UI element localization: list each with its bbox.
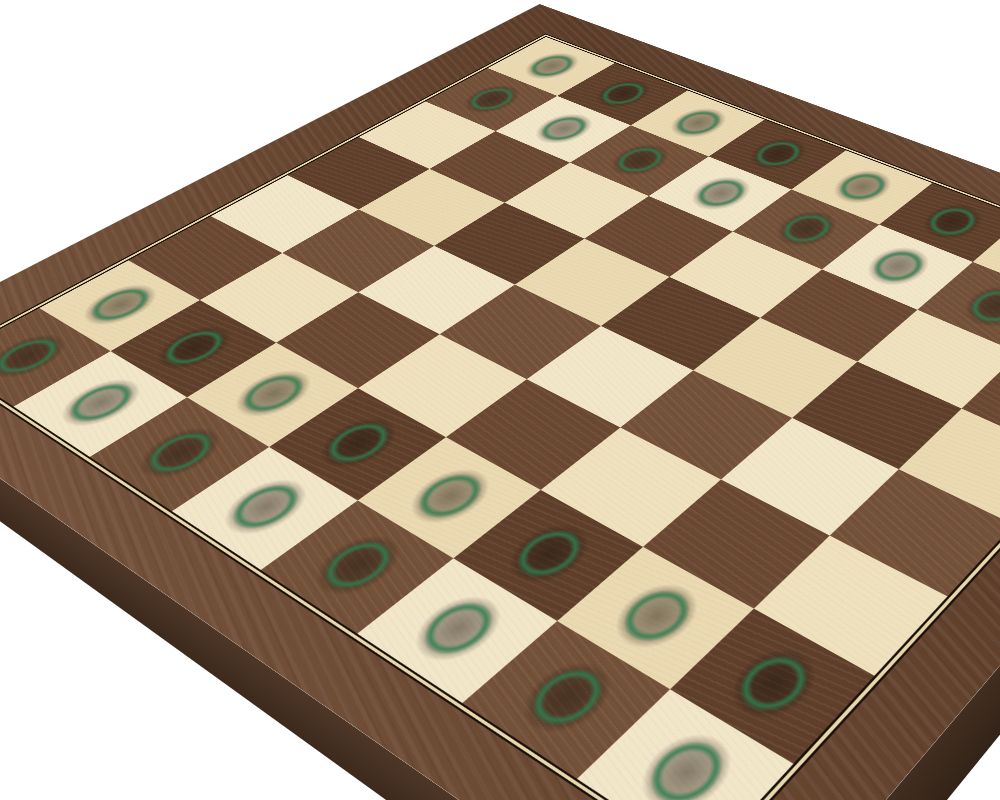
square-f5[interactable] <box>693 318 857 418</box>
square-h6[interactable] <box>962 353 1000 459</box>
square-h5[interactable] <box>899 409 1000 525</box>
chess-board: ♜♞♝♛♚♝♞♜♟♟♟♟♟♟♟♟♟♟♟♟♟♟♟♟♜♞♝♛♚♝♞♜ <box>0 4 1000 800</box>
photo-stage: ♜♞♝♛♚♝♞♜♟♟♟♟♟♟♟♟♟♟♟♟♟♟♟♟♜♞♝♛♚♝♞♜ <box>0 0 1000 800</box>
scene: ♜♞♝♛♚♝♞♜♟♟♟♟♟♟♟♟♟♟♟♟♟♟♟♟♜♞♝♛♚♝♞♜ <box>0 0 1000 800</box>
square-h4[interactable] <box>830 469 1000 596</box>
white-rook-glyph: ♜ <box>602 492 769 783</box>
